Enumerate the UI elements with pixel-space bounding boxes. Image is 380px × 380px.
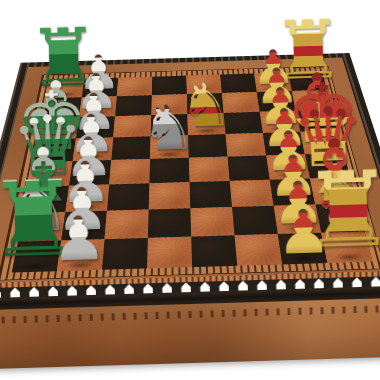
square-d3 bbox=[109, 159, 150, 185]
board-plane: ♜♟♟♜♟♟♝♟♞♟♝♚♟♞♟♚♛♟♟♛♝♟♟♝♞♟♟♞♜♟♟♜ bbox=[0, 53, 380, 289]
square-c4 bbox=[149, 182, 191, 209]
square-d5 bbox=[189, 157, 230, 182]
square-a5 bbox=[191, 235, 237, 267]
square-c6 bbox=[230, 180, 274, 207]
piece-black-pawn-a7: ♟ bbox=[276, 203, 332, 262]
piece-white-pawn-a2: ♟ bbox=[51, 210, 107, 269]
square-b5 bbox=[190, 207, 234, 236]
square-d6 bbox=[227, 156, 269, 181]
box-front-stamped-line bbox=[0, 305, 380, 324]
square-b3 bbox=[105, 210, 149, 240]
square-c5 bbox=[190, 181, 232, 208]
square-b4 bbox=[148, 208, 191, 238]
square-e4: ♞ bbox=[150, 135, 189, 159]
square-e6 bbox=[225, 133, 266, 157]
square-a7: ♟ bbox=[278, 233, 328, 265]
board-tilt-wrapper: ♜♟♟♜♟♟♝♟♞♟♝♚♟♞♟♚♛♟♟♛♝♟♟♝♞♟♟♞♜♟♟♜ bbox=[0, 0, 380, 380]
square-d4 bbox=[149, 158, 189, 184]
square-c3 bbox=[107, 183, 149, 210]
piece-white-knight-e4: ♞ bbox=[140, 97, 197, 158]
square-b6 bbox=[232, 206, 278, 235]
square-a3 bbox=[102, 238, 148, 270]
square-a4 bbox=[147, 237, 192, 269]
chess-board-assembly: ♜♟♟♜♟♟♝♟♞♟♝♚♟♞♟♚♛♟♟♛♝♟♟♝♞♟♟♞♜♟♟♜ bbox=[0, 0, 380, 289]
leather-border: ♜♟♟♜♟♟♝♟♞♟♝♚♟♞♟♚♛♟♟♛♝♟♟♝♞♟♟♞♜♟♟♜ bbox=[0, 58, 380, 289]
board-box-front bbox=[0, 298, 380, 369]
square-a6 bbox=[235, 234, 283, 266]
square-a2: ♟ bbox=[57, 239, 105, 271]
carved-rim: ♜♟♟♜♟♟♝♟♞♟♝♚♟♞♟♚♛♟♟♛♝♟♟♝♞♟♟♞♜♟♟♜ bbox=[0, 53, 380, 289]
chess-set-photo: ♜♟♟♜♟♟♝♟♞♟♝♚♟♞♟♚♛♟♟♛♝♟♟♝♞♟♟♞♜♟♟♜ bbox=[0, 0, 380, 380]
stamped-trim-border: ♜♟♟♜♟♟♝♟♞♟♝♚♟♞♟♚♛♟♟♛♝♟♟♝♞♟♟♞♜♟♟♜ bbox=[0, 66, 380, 280]
chess-board-grid: ♜♟♟♜♟♟♝♟♞♟♝♚♟♞♟♚♛♟♟♛♝♟♟♝♞♟♟♞♜♟♟♜ bbox=[12, 72, 373, 273]
